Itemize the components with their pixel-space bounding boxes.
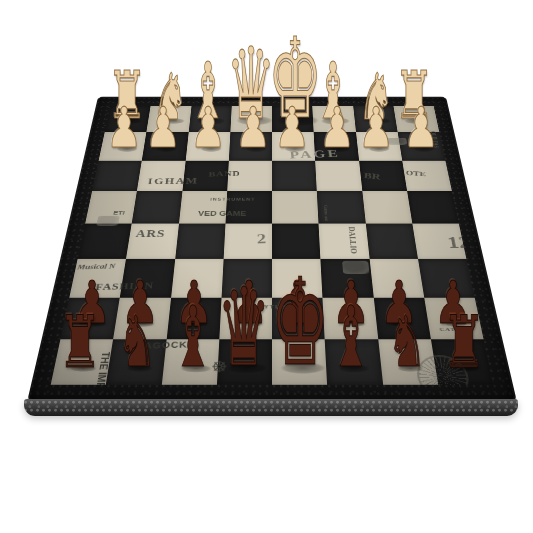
piece-black-knight[interactable]: ♞ xyxy=(117,307,156,377)
newsprint-text: 12 xyxy=(446,235,471,251)
piece-black-king[interactable]: ♚ xyxy=(271,263,330,383)
piece-white-pawn[interactable]: ♟ xyxy=(403,100,439,156)
piece-white-pawn[interactable]: ♟ xyxy=(274,100,310,156)
newsprint-text: BR xyxy=(364,172,381,182)
newsprint-text: OTE xyxy=(406,169,426,177)
piece-white-pawn[interactable]: ♟ xyxy=(190,100,226,156)
piece-black-rook[interactable]: ♜ xyxy=(442,305,486,377)
chess-photo-scene: IGHAMBANDINSTRUMENTVED GAMEETIARSMusical… xyxy=(0,0,533,533)
board-side-edge xyxy=(24,399,518,416)
newsprint-text: ARS xyxy=(135,229,166,239)
newsprint-text: 2 xyxy=(256,232,266,246)
newsprint-text: INSTRUMENT xyxy=(210,197,255,201)
piece-black-queen[interactable]: ♛ xyxy=(217,274,270,382)
piece-black-knight[interactable]: ♞ xyxy=(388,307,427,377)
newsprint-text: DALLIO xyxy=(347,226,359,253)
piece-white-pawn[interactable]: ♟ xyxy=(319,100,355,156)
newsprint-text: Games and xyxy=(323,205,329,221)
piece-white-pawn[interactable]: ♟ xyxy=(145,100,181,156)
piece-black-bishop[interactable]: ♝ xyxy=(173,295,214,379)
newsprint-text: VED GAME xyxy=(198,210,247,216)
piece-white-pawn[interactable]: ♟ xyxy=(106,100,142,156)
piece-white-pawn[interactable]: ♟ xyxy=(358,100,394,156)
piece-white-pawn[interactable]: ♟ xyxy=(235,100,271,156)
piece-black-bishop[interactable]: ♝ xyxy=(330,295,371,379)
newsprint-text: IGHAM xyxy=(147,177,199,186)
newsprint-text: ETI xyxy=(113,210,125,215)
piece-black-rook[interactable]: ♜ xyxy=(58,305,102,377)
newsprint-text: BAND xyxy=(208,170,240,178)
newsprint-blob xyxy=(96,215,119,225)
